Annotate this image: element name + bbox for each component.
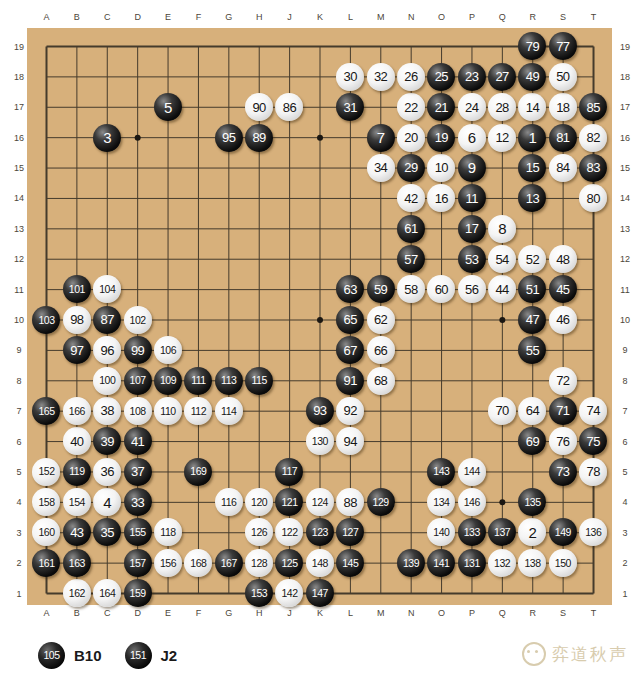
stone-123-K3: 123 xyxy=(306,518,334,546)
stone-19-O16: 19 xyxy=(427,124,455,152)
stone-112-F7: 112 xyxy=(184,397,212,425)
stone-117-J5: 117 xyxy=(275,458,303,486)
stone-137-Q3: 137 xyxy=(488,518,516,546)
stone-62-M10: 62 xyxy=(367,306,395,334)
stone-102-D10: 102 xyxy=(124,306,152,334)
stone-10-O15: 10 xyxy=(427,154,455,182)
stone-63-L11: 63 xyxy=(336,275,364,303)
col-label-bottom-H: H xyxy=(249,608,269,618)
stone-129-M4: 129 xyxy=(367,488,395,516)
stone-24-P17: 24 xyxy=(458,93,486,121)
stone-168-F2: 168 xyxy=(184,549,212,577)
caption-stone-151-number: 151 xyxy=(130,650,146,661)
stone-135-R4: 135 xyxy=(518,488,546,516)
row-label-right-9: 9 xyxy=(612,345,638,355)
stone-18-S17: 18 xyxy=(549,93,577,121)
col-label-top-S: S xyxy=(553,12,573,22)
stone-32-M18: 32 xyxy=(367,63,395,91)
stone-89-H16: 89 xyxy=(245,124,273,152)
stone-90-H17: 90 xyxy=(245,93,273,121)
go-diagram-page: AABBCCDDEEFFGGHHJJKKLLMMNNOOPPQQRRSSTT19… xyxy=(0,0,640,684)
stone-78-T5: 78 xyxy=(579,458,607,486)
stone-111-F8: 111 xyxy=(184,367,212,395)
stone-100-C8: 100 xyxy=(93,367,121,395)
stone-120-H4: 120 xyxy=(245,488,273,516)
stone-131-P2: 131 xyxy=(458,549,486,577)
col-label-bottom-D: D xyxy=(128,608,148,618)
stone-106-E9: 106 xyxy=(154,336,182,364)
stone-83-T15: 83 xyxy=(579,154,607,182)
stone-12-Q16: 12 xyxy=(488,124,516,152)
stone-146-P4: 146 xyxy=(458,488,486,516)
stone-158-A4: 158 xyxy=(32,488,60,516)
stone-96-C9: 96 xyxy=(93,336,121,364)
caption-stone-151: 151 xyxy=(125,642,152,669)
stone-55-R9: 55 xyxy=(518,336,546,364)
stone-65-L10: 65 xyxy=(336,306,364,334)
stone-46-S10: 46 xyxy=(549,306,577,334)
stone-154-B4: 154 xyxy=(63,488,91,516)
col-label-top-A: A xyxy=(37,12,57,22)
stone-127-L3: 127 xyxy=(336,518,364,546)
row-label-right-16: 16 xyxy=(612,133,638,143)
stone-144-P5: 144 xyxy=(458,458,486,486)
col-label-bottom-T: T xyxy=(584,608,604,618)
row-label-right-10: 10 xyxy=(612,315,638,325)
stone-94-L6: 94 xyxy=(336,427,364,455)
row-label-right-6: 6 xyxy=(612,437,638,447)
stone-141-O2: 141 xyxy=(427,549,455,577)
stone-80-T14: 80 xyxy=(579,184,607,212)
stone-116-G4: 116 xyxy=(215,488,243,516)
col-label-top-E: E xyxy=(158,12,178,22)
stone-136-T3: 136 xyxy=(579,518,607,546)
stones-layer: 1234567891011121314151617181920212223242… xyxy=(31,31,608,608)
row-label-right-14: 14 xyxy=(612,193,638,203)
stone-77-S19: 77 xyxy=(549,32,577,60)
stone-122-J3: 122 xyxy=(275,518,303,546)
col-label-top-P: P xyxy=(462,12,482,22)
stone-8-Q13: 8 xyxy=(488,215,516,243)
col-label-top-F: F xyxy=(188,12,208,22)
stone-27-Q18: 27 xyxy=(488,63,516,91)
stone-125-J2: 125 xyxy=(275,549,303,577)
stone-107-D8: 107 xyxy=(124,367,152,395)
stone-37-D5: 37 xyxy=(124,458,152,486)
stone-45-S11: 45 xyxy=(549,275,577,303)
stone-150-S2: 150 xyxy=(549,549,577,577)
stone-73-S5: 73 xyxy=(549,458,577,486)
stone-69-R6: 69 xyxy=(518,427,546,455)
stone-41-D6: 41 xyxy=(124,427,152,455)
stone-147-K1: 147 xyxy=(306,579,334,607)
stone-161-A2: 161 xyxy=(32,549,60,577)
row-label-right-1: 1 xyxy=(612,589,638,599)
row-label-right-15: 15 xyxy=(612,163,638,173)
stone-4-C4: 4 xyxy=(93,488,121,516)
stone-13-R14: 13 xyxy=(518,184,546,212)
stone-3-C16: 3 xyxy=(93,124,121,152)
stone-169-F5: 169 xyxy=(184,458,212,486)
stone-56-P11: 56 xyxy=(458,275,486,303)
stone-49-R18: 49 xyxy=(518,63,546,91)
col-label-bottom-O: O xyxy=(432,608,452,618)
stone-87-C10: 87 xyxy=(93,306,121,334)
col-label-bottom-M: M xyxy=(371,608,391,618)
stone-60-O11: 60 xyxy=(427,275,455,303)
col-label-bottom-Q: Q xyxy=(492,608,512,618)
row-label-right-5: 5 xyxy=(612,467,638,477)
stone-64-R7: 64 xyxy=(518,397,546,425)
col-label-bottom-E: E xyxy=(158,608,178,618)
col-label-bottom-J: J xyxy=(280,608,300,618)
col-label-top-B: B xyxy=(67,12,87,22)
watermark-text: 弈道秋声 xyxy=(552,643,628,666)
stone-133-P3: 133 xyxy=(458,518,486,546)
stone-130-K6: 130 xyxy=(306,427,334,455)
stone-79-R19: 79 xyxy=(518,32,546,60)
stone-6-P16: 6 xyxy=(458,124,486,152)
caption-stone-105: 105 xyxy=(38,642,65,669)
stone-153-H1: 153 xyxy=(245,579,273,607)
row-label-right-13: 13 xyxy=(612,224,638,234)
row-label-right-3: 3 xyxy=(612,528,638,538)
stone-155-D3: 155 xyxy=(124,518,152,546)
stone-57-N12: 57 xyxy=(397,245,425,273)
stone-38-C7: 38 xyxy=(93,397,121,425)
stone-15-R15: 15 xyxy=(518,154,546,182)
stone-143-O5: 143 xyxy=(427,458,455,486)
stone-67-L9: 67 xyxy=(336,336,364,364)
stone-74-T7: 74 xyxy=(579,397,607,425)
stone-157-D2: 157 xyxy=(124,549,152,577)
caption-label-151: J2 xyxy=(161,647,178,664)
stone-26-N18: 26 xyxy=(397,63,425,91)
stone-145-L2: 145 xyxy=(336,549,364,577)
col-label-top-G: G xyxy=(219,12,239,22)
move-note-caption: 105 B10 151 J2 xyxy=(38,640,191,670)
col-label-top-H: H xyxy=(249,12,269,22)
col-label-bottom-F: F xyxy=(188,608,208,618)
stone-20-N16: 20 xyxy=(397,124,425,152)
stone-34-M15: 34 xyxy=(367,154,395,182)
col-label-bottom-R: R xyxy=(523,608,543,618)
stone-25-O18: 25 xyxy=(427,63,455,91)
stone-51-R11: 51 xyxy=(518,275,546,303)
stone-23-P18: 23 xyxy=(458,63,486,91)
stone-115-H8: 115 xyxy=(245,367,273,395)
stone-88-L4: 88 xyxy=(336,488,364,516)
stone-59-M11: 59 xyxy=(367,275,395,303)
stone-21-O17: 21 xyxy=(427,93,455,121)
stone-164-C1: 164 xyxy=(93,579,121,607)
stone-119-B5: 119 xyxy=(63,458,91,486)
stone-149-S3: 149 xyxy=(549,518,577,546)
stone-166-B7: 166 xyxy=(63,397,91,425)
stone-93-K7: 93 xyxy=(306,397,334,425)
stone-99-D9: 99 xyxy=(124,336,152,364)
row-label-right-2: 2 xyxy=(612,558,638,568)
stone-97-B9: 97 xyxy=(63,336,91,364)
stone-152-A5: 152 xyxy=(32,458,60,486)
stone-108-D7: 108 xyxy=(124,397,152,425)
stone-1-R16: 1 xyxy=(518,124,546,152)
stone-31-L17: 31 xyxy=(336,93,364,121)
row-label-right-11: 11 xyxy=(612,285,638,295)
stone-58-N11: 58 xyxy=(397,275,425,303)
row-label-right-4: 4 xyxy=(612,497,638,507)
stone-14-R17: 14 xyxy=(518,93,546,121)
col-label-top-R: R xyxy=(523,12,543,22)
stone-86-J17: 86 xyxy=(275,93,303,121)
watermark: 弈道秋声 xyxy=(522,642,628,666)
stone-159-D1: 159 xyxy=(124,579,152,607)
stone-142-J1: 142 xyxy=(275,579,303,607)
stone-52-R12: 52 xyxy=(518,245,546,273)
col-label-top-T: T xyxy=(584,12,604,22)
stone-28-Q17: 28 xyxy=(488,93,516,121)
col-label-bottom-L: L xyxy=(340,608,360,618)
stone-113-G8: 113 xyxy=(215,367,243,395)
stone-126-H3: 126 xyxy=(245,518,273,546)
col-label-bottom-C: C xyxy=(97,608,117,618)
stone-118-E3: 118 xyxy=(154,518,182,546)
col-label-top-N: N xyxy=(401,12,421,22)
col-label-bottom-K: K xyxy=(310,608,330,618)
stone-139-N2: 139 xyxy=(397,549,425,577)
stone-84-S15: 84 xyxy=(549,154,577,182)
stone-75-T6: 75 xyxy=(579,427,607,455)
col-label-top-Q: Q xyxy=(492,12,512,22)
stone-48-S12: 48 xyxy=(549,245,577,273)
stone-165-A7: 165 xyxy=(32,397,60,425)
stone-91-L8: 91 xyxy=(336,367,364,395)
stone-30-L18: 30 xyxy=(336,63,364,91)
stone-70-Q7: 70 xyxy=(488,397,516,425)
stone-156-E2: 156 xyxy=(154,549,182,577)
stone-114-G7: 114 xyxy=(215,397,243,425)
stone-138-R2: 138 xyxy=(518,549,546,577)
stone-42-N14: 42 xyxy=(397,184,425,212)
row-label-right-19: 19 xyxy=(612,42,638,52)
stone-68-M8: 68 xyxy=(367,367,395,395)
col-label-top-O: O xyxy=(432,12,452,22)
stone-109-E8: 109 xyxy=(154,367,182,395)
stone-7-M16: 7 xyxy=(367,124,395,152)
row-label-right-18: 18 xyxy=(612,72,638,82)
col-label-top-C: C xyxy=(97,12,117,22)
col-label-bottom-P: P xyxy=(462,608,482,618)
stone-140-O3: 140 xyxy=(427,518,455,546)
row-label-right-7: 7 xyxy=(612,406,638,416)
stone-101-B11: 101 xyxy=(63,275,91,303)
stone-66-M9: 66 xyxy=(367,336,395,364)
watermark-logo-icon xyxy=(522,642,546,666)
col-label-top-L: L xyxy=(340,12,360,22)
stone-22-N17: 22 xyxy=(397,93,425,121)
stone-5-E17: 5 xyxy=(154,93,182,121)
col-label-bottom-G: G xyxy=(219,608,239,618)
stone-132-Q2: 132 xyxy=(488,549,516,577)
stone-103-A10: 103 xyxy=(32,306,60,334)
stone-82-T16: 82 xyxy=(579,124,607,152)
stone-17-P13: 17 xyxy=(458,215,486,243)
stone-167-G2: 167 xyxy=(215,549,243,577)
col-label-top-M: M xyxy=(371,12,391,22)
caption-label-105: B10 xyxy=(74,647,102,664)
stone-54-Q12: 54 xyxy=(488,245,516,273)
col-label-bottom-N: N xyxy=(401,608,421,618)
stone-16-O14: 16 xyxy=(427,184,455,212)
stone-2-R3: 2 xyxy=(518,518,546,546)
stone-121-J4: 121 xyxy=(275,488,303,516)
stone-163-B2: 163 xyxy=(63,549,91,577)
stone-162-B1: 162 xyxy=(63,579,91,607)
stone-36-C5: 36 xyxy=(93,458,121,486)
stone-98-B10: 98 xyxy=(63,306,91,334)
row-label-right-8: 8 xyxy=(612,376,638,386)
stone-128-H2: 128 xyxy=(245,549,273,577)
stone-61-N13: 61 xyxy=(397,215,425,243)
stone-44-Q11: 44 xyxy=(488,275,516,303)
go-board: 1234567891011121314151617181920212223242… xyxy=(27,28,612,605)
col-label-top-K: K xyxy=(310,12,330,22)
stone-9-P15: 9 xyxy=(458,154,486,182)
stone-71-S7: 71 xyxy=(549,397,577,425)
stone-85-T17: 85 xyxy=(579,93,607,121)
stone-39-C6: 39 xyxy=(93,427,121,455)
col-label-top-J: J xyxy=(280,12,300,22)
stone-47-R10: 47 xyxy=(518,306,546,334)
stone-76-S6: 76 xyxy=(549,427,577,455)
col-label-bottom-A: A xyxy=(37,608,57,618)
stone-72-S8: 72 xyxy=(549,367,577,395)
stone-50-S18: 50 xyxy=(549,63,577,91)
stone-29-N15: 29 xyxy=(397,154,425,182)
stone-134-O4: 134 xyxy=(427,488,455,516)
stone-92-L7: 92 xyxy=(336,397,364,425)
stone-95-G16: 95 xyxy=(215,124,243,152)
col-label-bottom-S: S xyxy=(553,608,573,618)
stone-43-B3: 43 xyxy=(63,518,91,546)
stone-33-D4: 33 xyxy=(124,488,152,516)
stone-124-K4: 124 xyxy=(306,488,334,516)
stone-148-K2: 148 xyxy=(306,549,334,577)
stone-40-B6: 40 xyxy=(63,427,91,455)
row-label-right-17: 17 xyxy=(612,102,638,112)
caption-stone-105-number: 105 xyxy=(43,650,59,661)
col-label-bottom-B: B xyxy=(67,608,87,618)
stone-104-C11: 104 xyxy=(93,275,121,303)
stone-53-P12: 53 xyxy=(458,245,486,273)
stone-160-A3: 160 xyxy=(32,518,60,546)
stone-81-S16: 81 xyxy=(549,124,577,152)
row-label-right-12: 12 xyxy=(612,254,638,264)
stone-35-C3: 35 xyxy=(93,518,121,546)
col-label-top-D: D xyxy=(128,12,148,22)
stone-11-P14: 11 xyxy=(458,184,486,212)
stone-110-E7: 110 xyxy=(154,397,182,425)
